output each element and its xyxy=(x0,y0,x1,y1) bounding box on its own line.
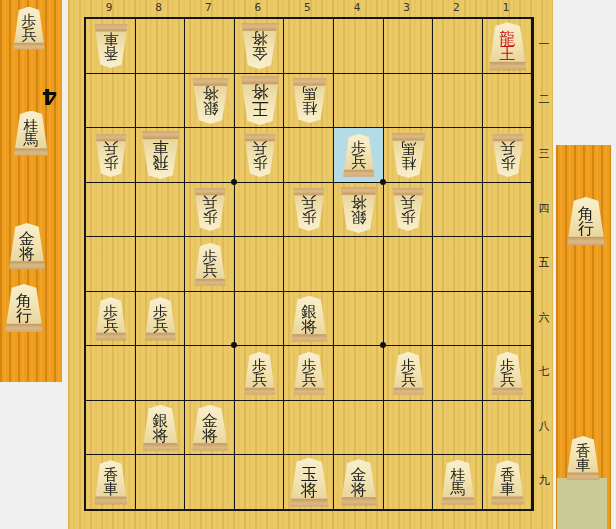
square-3i[interactable] xyxy=(384,455,434,510)
tray-empty-slot-panel xyxy=(557,478,607,529)
piece-kanji: 銀 xyxy=(351,210,367,225)
square-7c[interactable] xyxy=(185,128,235,183)
file-label-9: 9 xyxy=(84,1,134,14)
piece-kanji: 歩 xyxy=(252,155,267,169)
piece-kanji: 銀 xyxy=(202,101,218,116)
piece-kanji: 馬 xyxy=(24,133,39,147)
square-8a[interactable] xyxy=(136,19,186,74)
square-4a[interactable] xyxy=(334,19,384,74)
piece-kanji: 兵 xyxy=(103,141,118,155)
piece-kanji: 将 xyxy=(251,85,268,101)
square-3f[interactable] xyxy=(384,292,434,347)
square-2c[interactable] xyxy=(433,128,483,183)
file-label-8: 8 xyxy=(134,1,184,14)
piece-kanji: 車 xyxy=(103,482,118,496)
square-1h[interactable] xyxy=(483,401,533,456)
rank-label-1: 一 xyxy=(536,37,552,52)
square-8g[interactable] xyxy=(136,346,186,401)
square-9h[interactable] xyxy=(86,401,136,456)
rank-label-6: 六 xyxy=(536,310,552,325)
square-2e[interactable] xyxy=(433,237,483,292)
square-2f[interactable] xyxy=(433,292,483,347)
rank-label-5: 五 xyxy=(536,255,552,270)
piece-kanji: 歩 xyxy=(103,155,118,169)
square-4b[interactable] xyxy=(334,74,384,129)
piece-kanji: 兵 xyxy=(302,373,317,387)
piece-kanji: 将 xyxy=(252,31,268,46)
square-6i[interactable] xyxy=(235,455,285,510)
rank-label-9: 九 xyxy=(536,473,552,488)
square-3h[interactable] xyxy=(384,401,434,456)
piece-kanji: 将 xyxy=(152,428,168,443)
square-5e[interactable] xyxy=(284,237,334,292)
square-4h[interactable] xyxy=(334,401,384,456)
piece-kanji: 兵 xyxy=(153,319,168,333)
square-6e[interactable] xyxy=(235,237,285,292)
square-6d[interactable] xyxy=(235,183,285,238)
square-7g[interactable] xyxy=(185,346,235,401)
piece-kanji: 車 xyxy=(152,140,168,155)
piece-kanji: 兵 xyxy=(203,196,218,210)
piece-kanji: 将 xyxy=(301,319,317,334)
piece-kanji: 馬 xyxy=(302,87,317,101)
square-1e[interactable] xyxy=(483,237,533,292)
square-9b[interactable] xyxy=(86,74,136,129)
square-7i[interactable] xyxy=(185,455,235,510)
gote-pawn-count: 4 xyxy=(42,84,57,109)
piece-kanji: 歩 xyxy=(401,210,416,224)
piece-kanji: 兵 xyxy=(401,196,416,210)
square-8d[interactable] xyxy=(136,183,186,238)
piece-kanji: 馬 xyxy=(451,482,466,496)
square-1f[interactable] xyxy=(483,292,533,347)
file-label-6: 6 xyxy=(233,1,283,14)
rank-label-3: 三 xyxy=(536,146,552,161)
rank-label-7: 七 xyxy=(536,364,552,379)
square-8i[interactable] xyxy=(136,455,186,510)
piece-kanji: 兵 xyxy=(203,264,218,278)
piece-kanji: 車 xyxy=(576,458,591,472)
piece-kanji: 歩 xyxy=(203,210,218,224)
square-6f[interactable] xyxy=(235,292,285,347)
piece-kanji: 桂 xyxy=(302,101,317,115)
piece-kanji: 兵 xyxy=(302,196,317,210)
piece-kanji: 飛 xyxy=(152,155,168,170)
file-label-7: 7 xyxy=(183,1,233,14)
piece-kanji: 兵 xyxy=(103,319,118,333)
square-8b[interactable] xyxy=(136,74,186,129)
square-9g[interactable] xyxy=(86,346,136,401)
square-9d[interactable] xyxy=(86,183,136,238)
rank-label-8: 八 xyxy=(536,419,552,434)
rank-label-4: 四 xyxy=(536,201,552,216)
piece-kanji: 将 xyxy=(19,246,35,261)
square-6h[interactable] xyxy=(235,401,285,456)
square-1d[interactable] xyxy=(483,183,533,238)
piece-kanji: 兵 xyxy=(252,141,267,155)
piece-kanji: 将 xyxy=(202,86,218,101)
piece-kanji: 桂 xyxy=(401,155,416,169)
piece-kanji: 馬 xyxy=(401,141,416,155)
piece-kanji: 行 xyxy=(578,221,594,236)
square-3b[interactable] xyxy=(384,74,434,129)
piece-kanji: 兵 xyxy=(500,373,515,387)
file-label-1: 1 xyxy=(481,1,531,14)
square-2h[interactable] xyxy=(433,401,483,456)
piece-kanji: 将 xyxy=(351,195,367,210)
piece-kanji: 兵 xyxy=(500,141,515,155)
square-4f[interactable] xyxy=(334,292,384,347)
square-4e[interactable] xyxy=(334,237,384,292)
piece-kanji: 車 xyxy=(500,482,515,496)
square-5a[interactable] xyxy=(284,19,334,74)
file-label-5: 5 xyxy=(282,1,332,14)
piece-kanji: 兵 xyxy=(401,373,416,387)
piece-kanji: 兵 xyxy=(22,28,37,42)
piece-kanji: 歩 xyxy=(500,155,515,169)
square-9e[interactable] xyxy=(86,237,136,292)
square-2b[interactable] xyxy=(433,74,483,129)
piece-kanji: 歩 xyxy=(302,210,317,224)
square-3e[interactable] xyxy=(384,237,434,292)
square-5h[interactable] xyxy=(284,401,334,456)
shogi-app: 987654321 一二三四五六七八九 香車金将龍王銀将王将桂馬歩兵飛車歩兵歩兵… xyxy=(0,0,616,529)
piece-kanji: 兵 xyxy=(252,373,267,387)
piece-kanji: 行 xyxy=(16,308,32,323)
square-1b[interactable] xyxy=(483,74,533,129)
square-8e[interactable] xyxy=(136,237,186,292)
file-label-3: 3 xyxy=(382,1,432,14)
square-2a[interactable] xyxy=(433,19,483,74)
piece-kanji: 王 xyxy=(500,46,516,61)
piece-kanji: 将 xyxy=(301,482,318,498)
piece-kanji: 将 xyxy=(202,428,218,443)
square-7f[interactable] xyxy=(185,292,235,347)
file-label-2: 2 xyxy=(431,1,481,14)
piece-kanji: 金 xyxy=(252,46,268,61)
square-2g[interactable] xyxy=(433,346,483,401)
piece-kanji: 車 xyxy=(103,32,118,46)
square-3a[interactable] xyxy=(384,19,434,74)
square-5c[interactable] xyxy=(284,128,334,183)
piece-kanji: 王 xyxy=(251,101,268,117)
square-4g[interactable] xyxy=(334,346,384,401)
piece-kanji: 将 xyxy=(351,482,367,497)
rank-label-2: 二 xyxy=(536,92,552,107)
piece-kanji: 香 xyxy=(103,46,118,60)
piece-kanji: 兵 xyxy=(351,155,366,169)
file-label-4: 4 xyxy=(332,1,382,14)
square-2d[interactable] xyxy=(433,183,483,238)
square-7a[interactable] xyxy=(185,19,235,74)
